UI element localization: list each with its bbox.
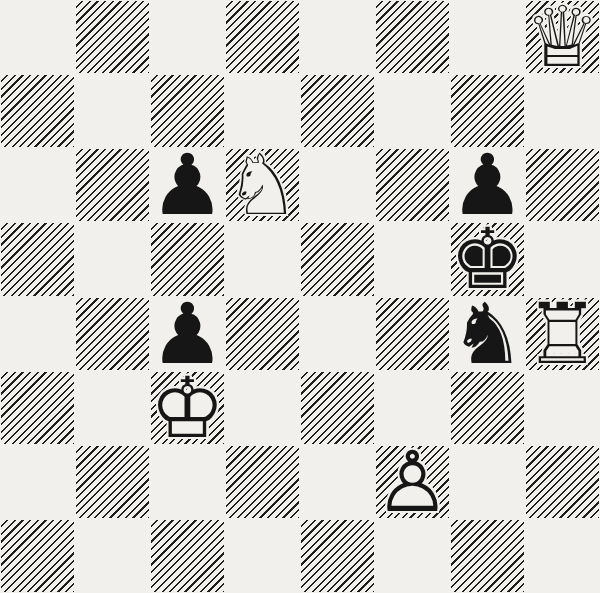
square-b1[interactable] — [75, 519, 150, 593]
square-h4[interactable]: ♜♖ — [525, 297, 600, 371]
square-b4[interactable] — [75, 297, 150, 371]
square-f4[interactable] — [375, 297, 450, 371]
square-b6[interactable] — [75, 148, 150, 222]
square-a1[interactable] — [0, 519, 75, 593]
square-b3[interactable] — [75, 371, 150, 445]
white-king-piece: ♚♔ — [150, 371, 225, 445]
square-g4[interactable]: ♞♞ — [450, 297, 525, 371]
black-pawn-glyph: ♟ — [150, 148, 225, 222]
square-d4[interactable] — [225, 297, 300, 371]
square-h7[interactable] — [525, 74, 600, 148]
square-c6[interactable]: ♟♟ — [150, 148, 225, 222]
white-knight-piece: ♞♘ — [225, 148, 300, 222]
square-a7[interactable] — [0, 74, 75, 148]
square-d8[interactable] — [225, 0, 300, 74]
square-d6[interactable]: ♞♘ — [225, 148, 300, 222]
square-h2[interactable] — [525, 445, 600, 519]
square-h3[interactable] — [525, 371, 600, 445]
white-pawn-piece: ♟♙ — [375, 445, 450, 519]
square-d5[interactable] — [225, 222, 300, 296]
square-e8[interactable] — [300, 0, 375, 74]
square-g8[interactable] — [450, 0, 525, 74]
square-e2[interactable] — [300, 445, 375, 519]
chess-diagram: ♛♕♟♟♞♘♟♟♚♚♟♟♞♞♜♖♚♔♟♙ — [0, 0, 600, 593]
square-e1[interactable] — [300, 519, 375, 593]
square-e5[interactable] — [300, 222, 375, 296]
square-a2[interactable] — [0, 445, 75, 519]
square-a5[interactable] — [0, 222, 75, 296]
white-pawn-glyph: ♙ — [375, 445, 450, 519]
square-b7[interactable] — [75, 74, 150, 148]
square-b2[interactable] — [75, 445, 150, 519]
square-c1[interactable] — [150, 519, 225, 593]
square-b5[interactable] — [75, 222, 150, 296]
white-king-glyph: ♔ — [150, 371, 225, 445]
square-f1[interactable] — [375, 519, 450, 593]
black-knight-piece: ♞♞ — [450, 297, 525, 371]
square-f6[interactable] — [375, 148, 450, 222]
square-b8[interactable] — [75, 0, 150, 74]
square-d2[interactable] — [225, 445, 300, 519]
white-rook-glyph: ♖ — [525, 297, 600, 371]
square-c3[interactable]: ♚♔ — [150, 371, 225, 445]
square-e3[interactable] — [300, 371, 375, 445]
square-g3[interactable] — [450, 371, 525, 445]
square-d1[interactable] — [225, 519, 300, 593]
square-g2[interactable] — [450, 445, 525, 519]
square-e7[interactable] — [300, 74, 375, 148]
square-a3[interactable] — [0, 371, 75, 445]
chess-board: ♛♕♟♟♞♘♟♟♚♚♟♟♞♞♜♖♚♔♟♙ — [0, 0, 600, 593]
square-c2[interactable] — [150, 445, 225, 519]
black-pawn-piece: ♟♟ — [150, 148, 225, 222]
square-f5[interactable] — [375, 222, 450, 296]
square-e4[interactable] — [300, 297, 375, 371]
square-f2[interactable]: ♟♙ — [375, 445, 450, 519]
square-f7[interactable] — [375, 74, 450, 148]
square-c8[interactable] — [150, 0, 225, 74]
square-d3[interactable] — [225, 371, 300, 445]
square-h8[interactable]: ♛♕ — [525, 0, 600, 74]
square-a8[interactable] — [0, 0, 75, 74]
white-knight-glyph: ♘ — [225, 148, 300, 222]
black-knight-glyph: ♞ — [450, 297, 525, 371]
square-a4[interactable] — [0, 297, 75, 371]
square-h6[interactable] — [525, 148, 600, 222]
white-queen-piece: ♛♕ — [525, 0, 600, 74]
white-rook-piece: ♜♖ — [525, 297, 600, 371]
white-queen-glyph: ♕ — [525, 0, 600, 74]
square-e6[interactable] — [300, 148, 375, 222]
square-g1[interactable] — [450, 519, 525, 593]
square-h1[interactable] — [525, 519, 600, 593]
square-a6[interactable] — [0, 148, 75, 222]
square-f8[interactable] — [375, 0, 450, 74]
